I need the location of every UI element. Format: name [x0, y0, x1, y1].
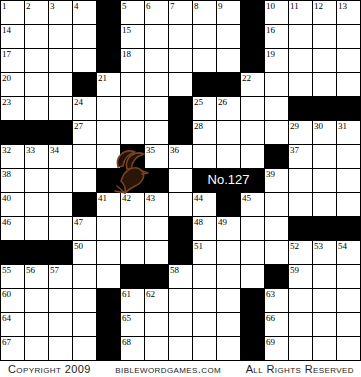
cell-r5c3[interactable] — [49, 97, 73, 121]
cell-r13c9[interactable] — [193, 289, 217, 313]
cell-r3c7[interactable] — [145, 49, 169, 73]
cell-r13c3[interactable] — [49, 289, 73, 313]
cell-r11c15[interactable]: 54 — [337, 241, 361, 265]
cell-r14c2[interactable] — [25, 313, 49, 337]
cell-r5c5[interactable] — [97, 97, 121, 121]
cell-r14c5 — [97, 313, 121, 337]
cell-r3c9[interactable] — [193, 49, 217, 73]
clue-number: 38 — [2, 169, 11, 179]
cell-r7c14[interactable] — [313, 145, 337, 169]
cell-r3c8[interactable] — [169, 49, 193, 73]
cell-r12c13[interactable]: 59 — [289, 265, 313, 289]
cell-r8c9 — [193, 169, 217, 193]
cell-r3c14[interactable] — [313, 49, 337, 73]
cell-r15c5 — [97, 337, 121, 361]
cell-r5c1[interactable]: 23 — [1, 97, 25, 121]
cell-r12c5[interactable] — [97, 265, 121, 289]
cell-r13c12[interactable]: 63 — [265, 289, 289, 313]
cell-r5c4[interactable]: 24 — [73, 97, 97, 121]
clue-number: 68 — [122, 337, 131, 347]
cell-r13c11 — [241, 289, 265, 313]
cell-r15c13[interactable] — [289, 337, 313, 361]
cell-r8c10 — [217, 169, 241, 193]
cell-r3c12[interactable]: 19 — [265, 49, 289, 73]
cell-r7c7[interactable]: 35 — [145, 145, 169, 169]
cell-r3c6[interactable]: 18 — [121, 49, 145, 73]
cell-r13c8[interactable] — [169, 289, 193, 313]
cell-r11c9[interactable]: 51 — [193, 241, 217, 265]
clue-number: 8 — [194, 1, 199, 11]
cell-r2c14[interactable] — [313, 25, 337, 49]
cell-r9c10 — [217, 193, 241, 217]
clue-number: 44 — [194, 193, 203, 203]
footer-copyright: Copyright 2009 — [8, 363, 91, 375]
cell-r14c15[interactable] — [337, 313, 361, 337]
clue-number: 7 — [170, 1, 175, 11]
crossword-grid: 1234567891011121314151617181920212223242… — [0, 0, 361, 361]
cell-r10c3[interactable] — [49, 217, 73, 241]
cell-r14c13[interactable] — [289, 313, 313, 337]
footer-rights: All Rights Reserved — [246, 363, 354, 375]
cell-r8c4[interactable] — [73, 169, 97, 193]
cell-r4c11[interactable]: 22 — [241, 73, 265, 97]
clue-number: 34 — [50, 145, 59, 155]
clue-number: 33 — [26, 145, 35, 155]
cell-r8c8[interactable] — [169, 169, 193, 193]
cell-r2c3[interactable] — [49, 25, 73, 49]
cell-r2c11 — [241, 25, 265, 49]
clue-number: 40 — [2, 193, 11, 203]
cell-r4c13[interactable] — [289, 73, 313, 97]
cell-r6c5[interactable] — [97, 121, 121, 145]
clue-number: 61 — [122, 289, 131, 299]
cell-r6c9[interactable]: 28 — [193, 121, 217, 145]
clue-number: 28 — [194, 121, 203, 131]
cell-r3c5 — [97, 49, 121, 73]
cell-r6c1 — [1, 121, 25, 145]
cell-r6c3 — [49, 121, 73, 145]
cell-r12c10[interactable] — [217, 265, 241, 289]
cell-r11c12[interactable] — [265, 241, 289, 265]
cell-r4c1[interactable]: 20 — [1, 73, 25, 97]
cell-r2c10[interactable] — [217, 25, 241, 49]
cell-r15c7[interactable] — [145, 337, 169, 361]
cell-r7c1[interactable]: 32 — [1, 145, 25, 169]
cell-r4c5[interactable]: 21 — [97, 73, 121, 97]
cell-r12c8[interactable]: 58 — [169, 265, 193, 289]
clue-number: 3 — [50, 1, 55, 11]
cell-r8c1[interactable]: 38 — [1, 169, 25, 193]
cell-r5c13 — [289, 97, 313, 121]
clue-number: 69 — [266, 337, 275, 347]
clue-number: 60 — [2, 289, 11, 299]
cell-r10c4[interactable]: 47 — [73, 217, 97, 241]
cell-r13c1[interactable]: 60 — [1, 289, 25, 313]
clue-number: 58 — [170, 265, 179, 275]
cell-r15c6[interactable]: 68 — [121, 337, 145, 361]
clue-number: 50 — [74, 241, 83, 251]
cell-r8c2[interactable] — [25, 169, 49, 193]
cell-r12c15[interactable] — [337, 265, 361, 289]
clue-number: 37 — [290, 145, 299, 155]
clue-number: 32 — [2, 145, 11, 155]
cell-r9c3[interactable] — [49, 193, 73, 217]
cell-r2c9[interactable] — [193, 25, 217, 49]
cell-r14c3[interactable] — [49, 313, 73, 337]
clue-number: 67 — [2, 337, 11, 347]
cell-r10c10[interactable]: 49 — [217, 217, 241, 241]
clue-number: 19 — [266, 49, 275, 59]
cell-r12c7 — [145, 265, 169, 289]
clue-number: 55 — [2, 265, 11, 275]
clue-number: 65 — [122, 313, 131, 323]
cell-r9c2[interactable] — [25, 193, 49, 217]
cell-r15c15[interactable] — [337, 337, 361, 361]
cell-r6c12[interactable] — [265, 121, 289, 145]
cell-r7c12 — [265, 145, 289, 169]
cell-r1c15[interactable]: 13 — [337, 1, 361, 25]
clue-number: 13 — [338, 1, 347, 11]
cell-r6c13[interactable]: 29 — [289, 121, 313, 145]
cell-r8c6 — [121, 169, 145, 193]
cell-r14c14[interactable] — [313, 313, 337, 337]
cell-r3c10[interactable] — [217, 49, 241, 73]
cell-r14c11 — [241, 313, 265, 337]
cell-r1c6[interactable]: 5 — [121, 1, 145, 25]
cell-r12c1[interactable]: 55 — [1, 265, 25, 289]
clue-number: 27 — [74, 121, 83, 131]
cell-r7c3[interactable]: 34 — [49, 145, 73, 169]
cell-r5c9[interactable]: 25 — [193, 97, 217, 121]
cell-r15c1[interactable]: 67 — [1, 337, 25, 361]
cell-r7c10[interactable] — [217, 145, 241, 169]
cell-r1c5 — [97, 1, 121, 25]
clue-number: 45 — [242, 193, 251, 203]
clue-number: 48 — [194, 217, 203, 227]
cell-r6c8 — [169, 121, 193, 145]
cell-r3c1[interactable]: 17 — [1, 49, 25, 73]
cell-r13c13[interactable] — [289, 289, 313, 313]
cell-r8c3[interactable] — [49, 169, 73, 193]
cell-r12c11[interactable] — [241, 265, 265, 289]
cell-r12c9[interactable] — [193, 265, 217, 289]
cell-r1c3[interactable]: 3 — [49, 1, 73, 25]
cell-r7c8[interactable]: 36 — [169, 145, 193, 169]
cell-r12c2[interactable]: 56 — [25, 265, 49, 289]
clue-number: 31 — [338, 121, 347, 131]
cell-r3c4[interactable] — [73, 49, 97, 73]
cell-r15c14[interactable] — [313, 337, 337, 361]
cell-r5c7[interactable] — [145, 97, 169, 121]
cell-r14c9[interactable] — [193, 313, 217, 337]
clue-number: 17 — [2, 49, 11, 59]
cell-r11c7[interactable] — [145, 241, 169, 265]
cell-r9c12[interactable] — [265, 193, 289, 217]
cell-r13c5 — [97, 289, 121, 313]
cell-r5c6[interactable] — [121, 97, 145, 121]
cell-r14c12[interactable]: 66 — [265, 313, 289, 337]
cell-r3c13[interactable] — [289, 49, 313, 73]
cell-r10c13 — [289, 217, 313, 241]
clue-number: 10 — [266, 1, 275, 11]
cell-r1c11 — [241, 1, 265, 25]
clue-number: 52 — [290, 241, 299, 251]
cell-r1c2[interactable]: 2 — [25, 1, 49, 25]
cell-r9c15[interactable] — [337, 193, 361, 217]
cell-r7c9[interactable] — [193, 145, 217, 169]
cell-r5c8 — [169, 97, 193, 121]
cell-r14c8[interactable] — [169, 313, 193, 337]
cell-r6c4[interactable]: 27 — [73, 121, 97, 145]
cell-r11c14[interactable]: 53 — [313, 241, 337, 265]
clue-number: 64 — [2, 313, 11, 323]
clue-number: 66 — [266, 313, 275, 323]
cell-r5c10[interactable]: 26 — [217, 97, 241, 121]
cell-r12c6 — [121, 265, 145, 289]
cell-r6c10[interactable] — [217, 121, 241, 145]
cell-r2c13[interactable] — [289, 25, 313, 49]
cell-r6c14[interactable]: 30 — [313, 121, 337, 145]
cell-r15c2[interactable] — [25, 337, 49, 361]
cell-r4c4 — [73, 73, 97, 97]
cell-r13c4[interactable] — [73, 289, 97, 313]
cell-r11c11[interactable] — [241, 241, 265, 265]
cell-r7c13[interactable]: 37 — [289, 145, 313, 169]
clue-number: 5 — [122, 1, 127, 11]
cell-r11c1 — [1, 241, 25, 265]
cell-r9c11[interactable]: 45 — [241, 193, 265, 217]
cell-r10c5[interactable] — [97, 217, 121, 241]
cell-r1c12[interactable]: 10 — [265, 1, 289, 25]
clue-number: 41 — [98, 193, 107, 203]
cell-r10c15 — [337, 217, 361, 241]
cell-r3c11 — [241, 49, 265, 73]
clue-number: 53 — [314, 241, 323, 251]
cell-r1c13[interactable]: 11 — [289, 1, 313, 25]
cell-r14c10[interactable] — [217, 313, 241, 337]
cell-r6c15[interactable]: 31 — [337, 121, 361, 145]
clue-number: 2 — [26, 1, 31, 11]
cell-r14c1[interactable]: 64 — [1, 313, 25, 337]
cell-r13c15[interactable] — [337, 289, 361, 313]
cell-r7c11[interactable] — [241, 145, 265, 169]
cell-r14c6[interactable]: 65 — [121, 313, 145, 337]
cell-r6c2 — [25, 121, 49, 145]
cell-r3c15[interactable] — [337, 49, 361, 73]
cell-r12c14[interactable] — [313, 265, 337, 289]
cell-r9c8[interactable] — [169, 193, 193, 217]
cell-r2c8[interactable] — [169, 25, 193, 49]
cell-r5c15 — [337, 97, 361, 121]
cell-r2c4[interactable] — [73, 25, 97, 49]
clue-number: 62 — [146, 289, 155, 299]
cell-r11c8 — [169, 241, 193, 265]
cell-r10c7[interactable] — [145, 217, 169, 241]
cell-r14c7[interactable] — [145, 313, 169, 337]
cell-r2c5 — [97, 25, 121, 49]
cell-r1c4[interactable]: 4 — [73, 1, 97, 25]
cell-r9c6[interactable]: 42 — [121, 193, 145, 217]
cell-r13c6[interactable]: 61 — [121, 289, 145, 313]
clue-number: 26 — [218, 97, 227, 107]
cell-r4c7[interactable] — [145, 73, 169, 97]
cell-r8c5 — [97, 169, 121, 193]
cell-r12c4[interactable] — [73, 265, 97, 289]
cell-r10c2[interactable] — [25, 217, 49, 241]
clue-number: 25 — [194, 97, 203, 107]
clue-number: 46 — [2, 217, 11, 227]
cell-r13c2[interactable] — [25, 289, 49, 313]
cell-r15c10[interactable] — [217, 337, 241, 361]
cell-r1c7[interactable]: 6 — [145, 1, 169, 25]
cell-r12c12 — [265, 265, 289, 289]
cell-r14c4[interactable] — [73, 313, 97, 337]
footer: Copyright 2009 biblewordgames.com All Ri… — [0, 361, 361, 377]
cell-r9c14[interactable] — [313, 193, 337, 217]
clue-number: 4 — [74, 1, 79, 11]
clue-number: 29 — [290, 121, 299, 131]
cell-r8c15[interactable] — [337, 169, 361, 193]
cell-r6c7[interactable] — [145, 121, 169, 145]
clue-number: 21 — [98, 73, 107, 83]
cell-r13c10[interactable] — [217, 289, 241, 313]
cell-r10c14 — [313, 217, 337, 241]
cell-r2c1[interactable]: 14 — [1, 25, 25, 49]
cell-r11c2 — [25, 241, 49, 265]
cell-r2c15[interactable] — [337, 25, 361, 49]
cell-r4c12[interactable] — [265, 73, 289, 97]
clue-number: 6 — [146, 1, 151, 11]
clue-number: 20 — [2, 73, 11, 83]
cell-r8c13[interactable] — [289, 169, 313, 193]
cell-r4c3[interactable] — [49, 73, 73, 97]
cell-r7c6 — [121, 145, 145, 169]
cell-r3c3[interactable] — [49, 49, 73, 73]
cell-r7c2[interactable]: 33 — [25, 145, 49, 169]
cell-r15c12[interactable]: 69 — [265, 337, 289, 361]
clue-number: 14 — [2, 25, 11, 35]
cell-r4c15[interactable] — [337, 73, 361, 97]
footer-site: biblewordgames.com — [115, 363, 221, 375]
clue-number: 9 — [218, 1, 223, 11]
cell-r4c6[interactable] — [121, 73, 145, 97]
cell-r9c4 — [73, 193, 97, 217]
cell-r15c11 — [241, 337, 265, 361]
clue-number: 57 — [50, 265, 59, 275]
cell-r11c4[interactable]: 50 — [73, 241, 97, 265]
cell-r7c5[interactable] — [97, 145, 121, 169]
cell-r2c6[interactable]: 15 — [121, 25, 145, 49]
cell-r8c12[interactable]: 39 — [265, 169, 289, 193]
cell-r4c8[interactable] — [169, 73, 193, 97]
cell-r8c14[interactable] — [313, 169, 337, 193]
cell-r12c3[interactable]: 57 — [49, 265, 73, 289]
clue-number: 56 — [26, 265, 35, 275]
cell-r10c6[interactable] — [121, 217, 145, 241]
clue-number: 15 — [122, 25, 131, 35]
cell-r1c10[interactable]: 9 — [217, 1, 241, 25]
cell-r8c7 — [145, 169, 169, 193]
clue-number: 63 — [266, 289, 275, 299]
cell-r5c2[interactable] — [25, 97, 49, 121]
cell-r9c5[interactable]: 41 — [97, 193, 121, 217]
cell-r15c8[interactable] — [169, 337, 193, 361]
cell-r7c15[interactable] — [337, 145, 361, 169]
cell-r5c11[interactable] — [241, 97, 265, 121]
cell-r11c3 — [49, 241, 73, 265]
cell-r13c7[interactable]: 62 — [145, 289, 169, 313]
cell-r5c12[interactable] — [265, 97, 289, 121]
clue-number: 16 — [266, 25, 275, 35]
clue-number: 39 — [266, 169, 275, 179]
clue-number: 11 — [290, 1, 299, 11]
crossword-page: 1234567891011121314151617181920212223242… — [0, 0, 361, 377]
clue-number: 22 — [242, 73, 251, 83]
clue-number: 30 — [314, 121, 323, 131]
cell-r2c12[interactable]: 16 — [265, 25, 289, 49]
clue-number: 36 — [170, 145, 179, 155]
clue-number: 47 — [74, 217, 83, 227]
cell-r15c3[interactable] — [49, 337, 73, 361]
cell-r2c2[interactable] — [25, 25, 49, 49]
clue-number: 35 — [146, 145, 155, 155]
cell-r9c7[interactable]: 43 — [145, 193, 169, 217]
cell-r8c11 — [241, 169, 265, 193]
cell-r10c9[interactable]: 48 — [193, 217, 217, 241]
cell-r4c2[interactable] — [25, 73, 49, 97]
cell-r10c12[interactable] — [265, 217, 289, 241]
cell-r3c2[interactable] — [25, 49, 49, 73]
cell-r5c14 — [313, 97, 337, 121]
cell-r1c14[interactable]: 12 — [313, 1, 337, 25]
clue-number: 23 — [2, 97, 11, 107]
cell-r10c11[interactable] — [241, 217, 265, 241]
cell-r4c9 — [193, 73, 217, 97]
cell-r11c13[interactable]: 52 — [289, 241, 313, 265]
clue-number: 49 — [218, 217, 227, 227]
cell-r2c7[interactable] — [145, 25, 169, 49]
clue-number: 51 — [194, 241, 203, 251]
cell-r9c9[interactable]: 44 — [193, 193, 217, 217]
cell-r6c11[interactable] — [241, 121, 265, 145]
cell-r11c10[interactable] — [217, 241, 241, 265]
clue-number: 18 — [122, 49, 131, 59]
cell-r10c8 — [169, 217, 193, 241]
cell-r11c6[interactable] — [121, 241, 145, 265]
cell-r4c10 — [217, 73, 241, 97]
cell-r11c5[interactable] — [97, 241, 121, 265]
cell-r15c4[interactable] — [73, 337, 97, 361]
cell-r1c1[interactable]: 1 — [1, 1, 25, 25]
clue-number: 12 — [314, 1, 323, 11]
clue-number: 24 — [74, 97, 83, 107]
cell-r9c13[interactable] — [289, 193, 313, 217]
clue-number: 59 — [290, 265, 299, 275]
clue-number: 43 — [146, 193, 155, 203]
cell-r15c9[interactable] — [193, 337, 217, 361]
clue-number: 1 — [2, 1, 7, 11]
cell-r6c6[interactable] — [121, 121, 145, 145]
clue-number: 42 — [122, 193, 131, 203]
cell-r1c8[interactable]: 7 — [169, 1, 193, 25]
cell-r13c14[interactable] — [313, 289, 337, 313]
cell-r10c1[interactable]: 46 — [1, 217, 25, 241]
cell-r9c1[interactable]: 40 — [1, 193, 25, 217]
cell-r4c14[interactable] — [313, 73, 337, 97]
cell-r7c4[interactable] — [73, 145, 97, 169]
cell-r1c9[interactable]: 8 — [193, 1, 217, 25]
clue-number: 54 — [338, 241, 347, 251]
